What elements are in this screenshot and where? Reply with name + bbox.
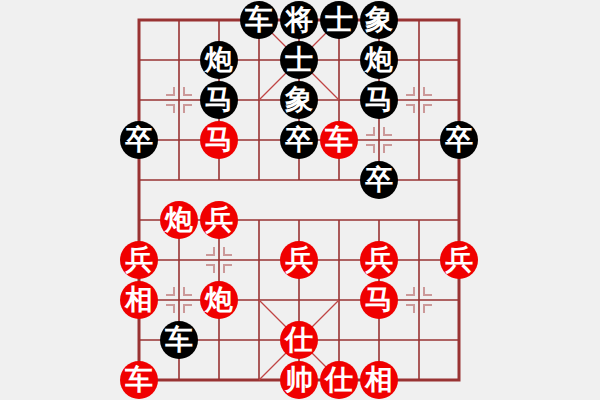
piece-red-cannon[interactable]: 炮 — [200, 281, 238, 319]
piece-red-advisor[interactable]: 仕 — [280, 321, 318, 359]
piece-red-pawn[interactable]: 兵 — [280, 241, 318, 279]
piece-black-rook[interactable]: 车 — [160, 321, 198, 359]
piece-red-pawn[interactable]: 兵 — [120, 241, 158, 279]
piece-red-horse[interactable]: 马 — [200, 121, 238, 159]
piece-black-pawn[interactable]: 卒 — [280, 121, 318, 159]
piece-black-elephant[interactable]: 象 — [360, 1, 398, 39]
piece-black-pawn[interactable]: 卒 — [440, 121, 478, 159]
piece-red-cannon[interactable]: 炮 — [160, 201, 198, 239]
piece-black-cannon[interactable]: 炮 — [200, 41, 238, 79]
piece-red-pawn[interactable]: 兵 — [360, 241, 398, 279]
piece-black-horse[interactable]: 马 — [360, 81, 398, 119]
piece-black-advisor[interactable]: 士 — [280, 41, 318, 79]
piece-red-advisor[interactable]: 仕 — [320, 361, 358, 399]
piece-black-king[interactable]: 将 — [280, 1, 318, 39]
xiangqi-board[interactable]: 车将士象炮士炮马象马卒卒卒卒车马车炮兵兵兵兵兵相炮马仕车帅仕相 — [0, 0, 600, 400]
piece-red-rook[interactable]: 车 — [120, 361, 158, 399]
piece-red-elephant[interactable]: 相 — [120, 281, 158, 319]
piece-red-rook[interactable]: 车 — [320, 121, 358, 159]
piece-black-elephant[interactable]: 象 — [280, 81, 318, 119]
piece-black-pawn[interactable]: 卒 — [360, 161, 398, 199]
piece-black-cannon[interactable]: 炮 — [360, 41, 398, 79]
piece-black-rook[interactable]: 车 — [240, 1, 278, 39]
piece-red-king[interactable]: 帅 — [280, 361, 318, 399]
piece-red-elephant[interactable]: 相 — [360, 361, 398, 399]
piece-red-pawn[interactable]: 兵 — [200, 201, 238, 239]
piece-black-advisor[interactable]: 士 — [320, 1, 358, 39]
piece-red-horse[interactable]: 马 — [360, 281, 398, 319]
piece-black-pawn[interactable]: 卒 — [120, 121, 158, 159]
piece-red-pawn[interactable]: 兵 — [440, 241, 478, 279]
piece-black-horse[interactable]: 马 — [200, 81, 238, 119]
